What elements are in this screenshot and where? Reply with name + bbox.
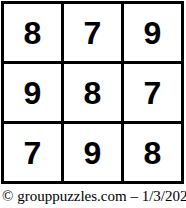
tictac-board: 8 7 9 9 8 7 7 9 8	[1, 1, 184, 184]
cell-r2c3: 7	[124, 64, 181, 121]
cell-r1c2: 7	[64, 4, 121, 61]
cell-r3c3: 8	[124, 124, 181, 181]
cell-r3c1: 7	[4, 124, 61, 181]
cell-r1c3: 9	[124, 4, 181, 61]
cell-r1c1: 8	[4, 4, 61, 61]
copyright-text: © grouppuzzles.com – 1/3/2021	[2, 188, 186, 205]
cell-r3c2: 9	[64, 124, 121, 181]
puzzle-page: 8 7 9 9 8 7 7 9 8 © grouppuzzles.com – 1…	[0, 0, 186, 208]
cell-r2c2: 8	[64, 64, 121, 121]
cell-r2c1: 9	[4, 64, 61, 121]
